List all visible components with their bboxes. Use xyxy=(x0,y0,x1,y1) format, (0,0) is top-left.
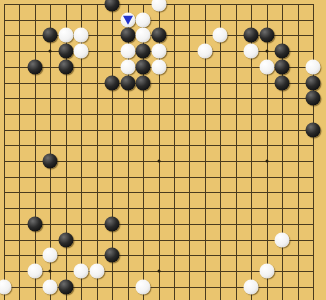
white-stone-c10r3 xyxy=(151,44,166,59)
black-stone-c7r16 xyxy=(105,248,120,263)
black-stone-c20r8 xyxy=(306,122,321,137)
black-stone-c9r3 xyxy=(136,44,151,59)
grid-hline xyxy=(4,20,314,21)
star-point xyxy=(265,50,268,53)
black-stone-c8r5 xyxy=(120,75,135,90)
white-stone-c8r3 xyxy=(120,44,135,59)
black-stone-c16r2 xyxy=(244,28,259,43)
white-stone-c2r17 xyxy=(27,263,42,278)
black-stone-c9r5 xyxy=(136,75,151,90)
black-stone-c2r14 xyxy=(27,216,42,231)
white-stone-c4r2 xyxy=(58,28,73,43)
black-stone-c10r2 xyxy=(151,28,166,43)
grid-hline xyxy=(4,224,314,225)
black-stone-c7r14 xyxy=(105,216,120,231)
black-stone-c20r6 xyxy=(306,91,321,106)
white-stone-c10r0 xyxy=(151,0,166,12)
white-stone-c16r18 xyxy=(244,279,259,294)
black-stone-c4r18 xyxy=(58,279,73,294)
black-stone-c4r15 xyxy=(58,232,73,247)
white-stone-c5r3 xyxy=(74,44,89,59)
star-point xyxy=(49,50,52,53)
white-stone-c6r17 xyxy=(89,263,104,278)
black-stone-c17r2 xyxy=(259,28,274,43)
white-stone-c5r2 xyxy=(74,28,89,43)
white-stone-c17r4 xyxy=(259,59,274,74)
black-stone-c4r3 xyxy=(58,44,73,59)
black-stone-c2r4 xyxy=(27,59,42,74)
white-stone-c9r18 xyxy=(136,279,151,294)
grid-hline xyxy=(4,208,314,209)
last-move-triangle-marker xyxy=(123,16,133,25)
star-point xyxy=(49,269,52,272)
grid-hline xyxy=(4,240,314,241)
black-stone-c3r2 xyxy=(43,28,58,43)
black-stone-c4r4 xyxy=(58,59,73,74)
grid-hline xyxy=(4,83,314,84)
white-stone-c13r3 xyxy=(197,44,212,59)
grid-hline xyxy=(4,130,314,131)
grid-hline xyxy=(4,177,314,178)
star-point xyxy=(157,269,160,272)
grid-hline xyxy=(4,145,314,146)
star-point xyxy=(265,160,268,163)
white-stone-c5r17 xyxy=(74,263,89,278)
white-stone-c3r16 xyxy=(43,248,58,263)
grid-hline xyxy=(4,114,314,115)
white-stone-c16r3 xyxy=(244,44,259,59)
black-stone-c18r5 xyxy=(275,75,290,90)
white-stone-c9r2 xyxy=(136,28,151,43)
white-stone-c20r4 xyxy=(306,59,321,74)
black-stone-c3r10 xyxy=(43,154,58,169)
white-stone-c10r4 xyxy=(151,59,166,74)
grid-hline xyxy=(4,98,314,99)
white-stone-c18r15 xyxy=(275,232,290,247)
white-stone-c3r18 xyxy=(43,279,58,294)
black-stone-c20r5 xyxy=(306,75,321,90)
star-point xyxy=(157,160,160,163)
white-stone-c14r2 xyxy=(213,28,228,43)
grid-hline xyxy=(4,192,314,193)
white-stone-c9r1 xyxy=(136,12,151,27)
black-stone-c9r4 xyxy=(136,59,151,74)
black-stone-c7r0 xyxy=(105,0,120,12)
white-stone-c8r4 xyxy=(120,59,135,74)
black-stone-c7r5 xyxy=(105,75,120,90)
white-stone-c17r17 xyxy=(259,263,274,278)
black-stone-c18r3 xyxy=(275,44,290,59)
black-stone-c18r4 xyxy=(275,59,290,74)
white-stone-c0r18 xyxy=(0,279,12,294)
go-board[interactable] xyxy=(0,0,326,300)
black-stone-c8r2 xyxy=(120,28,135,43)
